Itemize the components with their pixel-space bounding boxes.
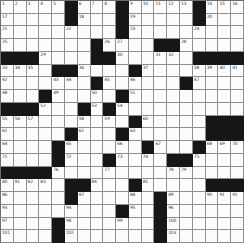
grid-cell[interactable] [167, 141, 180, 154]
grid-cell[interactable] [14, 141, 27, 154]
grid-cell[interactable] [206, 39, 219, 52]
grid-cell[interactable]: 86 [1, 192, 14, 205]
grid-cell[interactable] [180, 179, 193, 192]
grid-cell[interactable] [27, 205, 40, 218]
grid-cell[interactable] [39, 218, 52, 231]
grid-cell[interactable]: 72 [65, 154, 78, 167]
grid-cell[interactable]: 71 [1, 154, 14, 167]
grid-cell[interactable] [218, 205, 231, 218]
grid-cell[interactable] [180, 26, 193, 39]
grid-cell[interactable] [218, 26, 231, 39]
grid-cell[interactable]: 5 [52, 1, 65, 14]
grid-cell[interactable] [180, 103, 193, 116]
grid-cell[interactable] [14, 14, 27, 27]
grid-cell[interactable]: 18 [78, 14, 91, 27]
grid-cell[interactable] [193, 218, 206, 231]
grid-cell[interactable]: 98 [65, 218, 78, 231]
grid-cell[interactable]: 19 [129, 14, 142, 27]
grid-cell[interactable] [65, 103, 78, 116]
grid-cell[interactable] [39, 154, 52, 167]
grid-cell[interactable] [206, 205, 219, 218]
grid-cell[interactable] [180, 116, 193, 129]
grid-cell[interactable] [206, 26, 219, 39]
grid-cell[interactable] [39, 77, 52, 90]
grid-cell[interactable] [129, 141, 142, 154]
grid-cell[interactable]: 55 [1, 116, 14, 129]
grid-cell[interactable]: 42 [1, 77, 14, 90]
grid-cell[interactable] [193, 192, 206, 205]
grid-cell[interactable] [218, 218, 231, 231]
grid-cell[interactable] [52, 39, 65, 52]
grid-cell[interactable]: 12 [167, 1, 180, 14]
grid-cell[interactable] [142, 26, 155, 39]
grid-cell[interactable] [218, 167, 231, 180]
grid-cell[interactable]: 37 [142, 65, 155, 78]
grid-cell[interactable]: 50 [91, 90, 104, 103]
grid-cell[interactable]: 67 [154, 141, 167, 154]
grid-cell[interactable]: 8 [103, 1, 116, 14]
grid-cell[interactable] [91, 141, 104, 154]
grid-cell[interactable]: 45 [103, 77, 116, 90]
grid-cell[interactable] [180, 230, 193, 243]
grid-cell[interactable] [231, 154, 244, 167]
grid-cell[interactable] [78, 77, 91, 90]
grid-cell[interactable] [91, 218, 104, 231]
grid-cell[interactable] [14, 128, 27, 141]
grid-cell[interactable] [206, 103, 219, 116]
grid-cell[interactable]: 78 [167, 167, 180, 180]
grid-cell[interactable]: 3 [27, 1, 40, 14]
grid-cell[interactable] [206, 77, 219, 90]
grid-cell[interactable] [52, 52, 65, 65]
grid-cell[interactable] [167, 90, 180, 103]
clue-number: 41 [232, 65, 237, 70]
grid-cell[interactable] [180, 192, 193, 205]
grid-cell[interactable] [129, 52, 142, 65]
grid-cell[interactable] [167, 103, 180, 116]
grid-cell[interactable]: 69 [218, 141, 231, 154]
grid-cell[interactable] [78, 218, 91, 231]
grid-cell[interactable] [27, 39, 40, 52]
grid-cell[interactable]: 16 [231, 1, 244, 14]
grid-cell[interactable] [78, 52, 91, 65]
grid-cell[interactable] [231, 77, 244, 90]
grid-cell[interactable]: 95 [129, 205, 142, 218]
grid-cell[interactable]: 68 [206, 141, 219, 154]
grid-cell[interactable] [154, 179, 167, 192]
grid-cell[interactable] [27, 218, 40, 231]
grid-cell[interactable] [14, 218, 27, 231]
grid-cell[interactable] [39, 205, 52, 218]
grid-cell[interactable] [65, 90, 78, 103]
grid-cell[interactable]: 82 [27, 179, 40, 192]
grid-cell[interactable] [193, 39, 206, 52]
grid-cell[interactable] [193, 230, 206, 243]
grid-cell[interactable] [27, 230, 40, 243]
grid-cell[interactable] [218, 103, 231, 116]
grid-cell[interactable]: 44 [65, 77, 78, 90]
grid-cell[interactable] [129, 39, 142, 52]
grid-cell[interactable] [103, 179, 116, 192]
grid-cell[interactable]: 49 [52, 90, 65, 103]
grid-cell[interactable]: 90 [206, 192, 219, 205]
grid-cell[interactable] [142, 39, 155, 52]
grid-cell[interactable] [206, 154, 219, 167]
grid-cell[interactable] [39, 65, 52, 78]
grid-cell[interactable]: 24 [193, 26, 206, 39]
grid-cell[interactable] [103, 65, 116, 78]
grid-cell[interactable] [231, 167, 244, 180]
grid-cell[interactable] [180, 141, 193, 154]
grid-cell[interactable]: 22 [65, 26, 78, 39]
grid-cell[interactable] [91, 167, 104, 180]
grid-cell[interactable]: 96 [167, 205, 180, 218]
grid-cell[interactable] [103, 128, 116, 141]
grid-cell[interactable] [167, 179, 180, 192]
grid-cell[interactable] [142, 230, 155, 243]
grid-cell[interactable] [154, 128, 167, 141]
grid-cell[interactable] [206, 218, 219, 231]
grid-cell[interactable] [167, 65, 180, 78]
grid-cell[interactable]: 48 [1, 90, 14, 103]
grid-cell[interactable] [167, 26, 180, 39]
grid-cell[interactable] [154, 90, 167, 103]
grid-cell[interactable] [27, 128, 40, 141]
clue-number: 39 [207, 65, 212, 70]
grid-cell[interactable]: 77 [103, 167, 116, 180]
grid-cell[interactable] [180, 65, 193, 78]
grid-cell[interactable]: 4 [39, 1, 52, 14]
grid-cell[interactable]: 36 [78, 65, 91, 78]
grid-cell[interactable] [231, 14, 244, 27]
grid-cell[interactable]: 35 [27, 65, 40, 78]
grid-cell[interactable] [218, 90, 231, 103]
grid-cell[interactable] [142, 90, 155, 103]
grid-cell[interactable] [180, 218, 193, 231]
grid-cell[interactable] [206, 167, 219, 180]
grid-cell[interactable]: 57 [27, 116, 40, 129]
grid-cell[interactable] [193, 90, 206, 103]
grid-cell[interactable] [52, 179, 65, 192]
grid-cell[interactable]: 101 [1, 230, 14, 243]
grid-cell[interactable]: 100 [167, 218, 180, 231]
grid-cell[interactable]: 27 [116, 39, 129, 52]
grid-cell[interactable] [231, 230, 244, 243]
grid-cell[interactable] [39, 39, 52, 52]
grid-cell[interactable]: 30 [116, 52, 129, 65]
grid-cell[interactable] [103, 141, 116, 154]
grid-cell[interactable] [91, 65, 104, 78]
grid-cell[interactable] [116, 192, 129, 205]
grid-cell[interactable] [52, 205, 65, 218]
grid-cell[interactable] [218, 230, 231, 243]
grid-cell[interactable] [154, 116, 167, 129]
grid-cell[interactable] [218, 154, 231, 167]
grid-cell[interactable] [218, 14, 231, 27]
grid-cell[interactable]: 94 [65, 205, 78, 218]
grid-cell[interactable] [142, 218, 155, 231]
grid-cell[interactable]: 84 [91, 179, 104, 192]
grid-cell[interactable]: 21 [1, 26, 14, 39]
grid-cell[interactable]: 54 [116, 103, 129, 116]
grid-cell[interactable] [14, 154, 27, 167]
grid-cell[interactable] [103, 14, 116, 27]
grid-cell[interactable] [103, 26, 116, 39]
grid-cell[interactable] [154, 14, 167, 27]
grid-cell[interactable]: 34 [14, 65, 27, 78]
grid-cell[interactable] [218, 77, 231, 90]
grid-cell[interactable] [231, 39, 244, 52]
grid-cell[interactable] [103, 90, 116, 103]
grid-cell[interactable] [154, 167, 167, 180]
grid-cell[interactable] [142, 14, 155, 27]
grid-cell[interactable] [103, 205, 116, 218]
grid-cell[interactable]: 38 [193, 65, 206, 78]
grid-cell[interactable]: 83 [39, 179, 52, 192]
grid-cell[interactable]: 7 [91, 1, 104, 14]
grid-cell[interactable]: 92 [231, 192, 244, 205]
grid-cell[interactable] [180, 128, 193, 141]
grid-cell[interactable] [65, 116, 78, 129]
grid-cell[interactable] [78, 154, 91, 167]
grid-cell[interactable] [78, 26, 91, 39]
grid-cell[interactable]: 39 [206, 65, 219, 78]
grid-cell[interactable] [193, 103, 206, 116]
grid-cell[interactable]: 66 [116, 141, 129, 154]
grid-cell[interactable]: 29 [39, 52, 52, 65]
grid-cell[interactable]: 58 [78, 116, 91, 129]
grid-cell[interactable]: 76 [52, 167, 65, 180]
grid-cell[interactable] [167, 128, 180, 141]
grid-cell[interactable] [129, 154, 142, 167]
grid-cell[interactable]: 65 [65, 141, 78, 154]
grid-cell[interactable] [91, 205, 104, 218]
grid-cell[interactable] [91, 154, 104, 167]
grid-cell[interactable] [206, 90, 219, 103]
grid-cell[interactable] [27, 90, 40, 103]
grid-cell[interactable] [52, 192, 65, 205]
grid-cell[interactable] [91, 14, 104, 27]
grid-cell[interactable] [154, 154, 167, 167]
grid-cell[interactable]: 87 [78, 192, 91, 205]
grid-cell[interactable] [142, 52, 155, 65]
grid-cell[interactable] [231, 26, 244, 39]
grid-cell[interactable] [231, 205, 244, 218]
grid-cell[interactable] [65, 39, 78, 52]
grid-cell[interactable]: 20 [206, 14, 219, 27]
grid-cell[interactable] [231, 103, 244, 116]
grid-cell[interactable] [52, 26, 65, 39]
grid-cell[interactable] [167, 116, 180, 129]
grid-cell[interactable] [14, 230, 27, 243]
grid-cell[interactable]: 97 [1, 218, 14, 231]
grid-cell[interactable] [154, 103, 167, 116]
grid-cell[interactable] [52, 103, 65, 116]
grid-cell[interactable] [14, 192, 27, 205]
grid-cell[interactable]: 56 [14, 116, 27, 129]
grid-cell[interactable] [193, 167, 206, 180]
grid-cell[interactable] [116, 230, 129, 243]
grid-cell[interactable]: 51 [129, 90, 142, 103]
grid-cell[interactable]: 60 [142, 116, 155, 129]
grid-cell[interactable] [129, 230, 142, 243]
grid-cell[interactable]: 32 [167, 52, 180, 65]
grid-cell[interactable] [103, 192, 116, 205]
grid-cell[interactable]: 91 [218, 192, 231, 205]
grid-cell[interactable] [116, 179, 129, 192]
grid-cell[interactable] [78, 90, 91, 103]
grid-cell[interactable]: 43 [52, 77, 65, 90]
grid-cell[interactable] [65, 52, 78, 65]
grid-cell[interactable] [27, 192, 40, 205]
grid-cell[interactable] [103, 218, 116, 231]
grid-cell[interactable] [78, 39, 91, 52]
grid-cell[interactable]: 23 [129, 26, 142, 39]
grid-cell[interactable]: 59 [103, 116, 116, 129]
grid-cell[interactable] [167, 14, 180, 27]
grid-cell[interactable] [14, 26, 27, 39]
grid-cell[interactable] [78, 205, 91, 218]
grid-cell[interactable] [52, 14, 65, 27]
grid-cell[interactable] [180, 90, 193, 103]
grid-cell[interactable]: 63 [129, 128, 142, 141]
grid-cell[interactable] [14, 205, 27, 218]
grid-cell[interactable] [231, 90, 244, 103]
grid-cell[interactable] [142, 167, 155, 180]
grid-cell[interactable] [14, 90, 27, 103]
grid-cell[interactable]: 62 [78, 128, 91, 141]
grid-cell[interactable]: 52 [39, 103, 52, 116]
grid-cell[interactable] [180, 52, 193, 65]
grid-cell[interactable] [27, 77, 40, 90]
grid-cell[interactable] [193, 205, 206, 218]
grid-cell[interactable] [129, 218, 142, 231]
grid-cell[interactable]: 61 [1, 128, 14, 141]
grid-cell[interactable]: 102 [65, 230, 78, 243]
grid-cell[interactable] [91, 230, 104, 243]
grid-cell[interactable] [180, 14, 193, 27]
grid-cell[interactable]: 9 [129, 1, 142, 14]
grid-cell[interactable] [27, 154, 40, 167]
grid-cell[interactable] [39, 116, 52, 129]
grid-cell[interactable]: 64 [1, 141, 14, 154]
grid-cell[interactable]: 79 [180, 167, 193, 180]
grid-cell[interactable] [39, 128, 52, 141]
grid-cell[interactable]: 15 [218, 1, 231, 14]
grid-cell[interactable]: 6 [78, 1, 91, 14]
grid-cell[interactable]: 80 [1, 179, 14, 192]
grid-cell[interactable] [39, 14, 52, 27]
grid-cell[interactable] [78, 230, 91, 243]
grid-cell[interactable] [78, 141, 91, 154]
grid-cell[interactable] [65, 167, 78, 180]
grid-cell[interactable]: 70 [231, 141, 244, 154]
grid-cell[interactable] [142, 128, 155, 141]
grid-cell[interactable]: 25 [1, 39, 14, 52]
grid-cell[interactable]: 88 [129, 192, 142, 205]
grid-cell[interactable]: 81 [14, 179, 27, 192]
grid-cell[interactable] [167, 77, 180, 90]
grid-cell[interactable]: 1 [1, 1, 14, 14]
grid-cell[interactable] [193, 128, 206, 141]
grid-cell[interactable] [206, 230, 219, 243]
grid-cell[interactable]: 11 [154, 1, 167, 14]
grid-cell[interactable]: 73 [116, 154, 129, 167]
grid-cell[interactable] [116, 116, 129, 129]
grid-cell[interactable] [116, 167, 129, 180]
grid-cell[interactable] [193, 179, 206, 192]
grid-cell[interactable] [91, 26, 104, 39]
grid-cell[interactable]: 2 [14, 1, 27, 14]
grid-cell[interactable]: 103 [167, 230, 180, 243]
grid-cell[interactable] [103, 230, 116, 243]
grid-cell[interactable] [91, 192, 104, 205]
grid-cell[interactable]: 10 [142, 1, 155, 14]
grid-cell[interactable] [154, 26, 167, 39]
grid-cell[interactable] [27, 141, 40, 154]
grid-cell[interactable] [218, 39, 231, 52]
grid-cell[interactable]: 33 [1, 65, 14, 78]
grid-cell[interactable] [78, 167, 91, 180]
grid-cell[interactable] [142, 205, 155, 218]
grid-cell[interactable] [27, 14, 40, 27]
grid-cell[interactable]: 74 [142, 154, 155, 167]
grid-cell[interactable] [154, 77, 167, 90]
grid-cell[interactable]: 89 [167, 192, 180, 205]
grid-cell[interactable]: 46 [129, 77, 142, 90]
grid-cell[interactable]: 17 [1, 14, 14, 27]
grid-cell[interactable]: 14 [206, 1, 219, 14]
grid-cell[interactable]: 47 [193, 77, 206, 90]
grid-cell[interactable]: 75 [193, 154, 206, 167]
grid-cell[interactable]: 26 [103, 39, 116, 52]
grid-cell[interactable] [142, 103, 155, 116]
grid-cell[interactable] [129, 103, 142, 116]
grid-cell[interactable]: 28 [180, 39, 193, 52]
grid-cell[interactable] [39, 26, 52, 39]
grid-cell[interactable] [39, 141, 52, 154]
grid-cell[interactable]: 41 [231, 65, 244, 78]
grid-cell[interactable] [116, 65, 129, 78]
grid-cell[interactable] [14, 77, 27, 90]
grid-cell[interactable]: 13 [180, 1, 193, 14]
grid-cell[interactable]: 31 [154, 52, 167, 65]
grid-cell[interactable]: 93 [1, 205, 14, 218]
grid-cell[interactable]: 40 [218, 65, 231, 78]
grid-cell[interactable] [193, 116, 206, 129]
clue-number: 31 [155, 52, 160, 57]
grid-cell[interactable] [231, 218, 244, 231]
grid-cell[interactable] [39, 230, 52, 243]
grid-cell[interactable] [91, 128, 104, 141]
grid-cell[interactable] [180, 205, 193, 218]
grid-cell[interactable]: 53 [91, 103, 104, 116]
grid-cell[interactable] [14, 39, 27, 52]
grid-cell[interactable] [52, 116, 65, 129]
grid-cell[interactable]: 85 [142, 179, 155, 192]
grid-cell[interactable] [52, 128, 65, 141]
grid-cell[interactable] [142, 77, 155, 90]
grid-cell[interactable]: 99 [116, 218, 129, 231]
grid-cell[interactable] [129, 167, 142, 180]
black-cell [129, 65, 142, 78]
grid-cell[interactable] [27, 26, 40, 39]
grid-cell[interactable] [116, 77, 129, 90]
grid-cell[interactable] [142, 192, 155, 205]
grid-cell[interactable] [39, 192, 52, 205]
grid-cell[interactable] [154, 65, 167, 78]
grid-cell[interactable] [91, 116, 104, 129]
